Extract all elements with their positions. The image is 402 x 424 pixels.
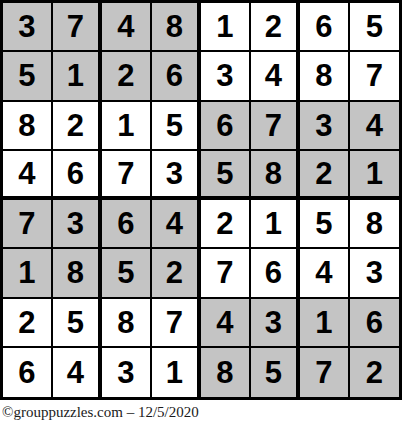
cell-r4c7: 2 <box>300 151 350 200</box>
cell-r1c4: 8 <box>152 3 202 52</box>
cell-r8c1: 6 <box>3 348 53 397</box>
cell-r1c5: 1 <box>201 3 251 52</box>
cell-r8c8: 2 <box>350 348 400 397</box>
cell-r2c7: 8 <box>300 52 350 101</box>
puzzle-page: 3748126551263487821567344673582173642158… <box>0 0 402 424</box>
cell-r7c6: 3 <box>251 299 301 348</box>
cell-r6c5: 7 <box>201 249 251 298</box>
cell-r1c7: 6 <box>300 3 350 52</box>
cell-r1c6: 2 <box>251 3 301 52</box>
cell-r3c5: 6 <box>201 102 251 151</box>
cell-r2c2: 1 <box>53 52 103 101</box>
copyright-text: ©grouppuzzles.com – 12/5/2020 <box>2 404 199 421</box>
cell-r6c2: 8 <box>53 249 103 298</box>
cell-r6c4: 2 <box>152 249 202 298</box>
cell-r5c3: 6 <box>102 200 152 249</box>
cell-r4c3: 7 <box>102 151 152 200</box>
cell-r7c8: 6 <box>350 299 400 348</box>
cell-r6c6: 6 <box>251 249 301 298</box>
cell-r7c5: 4 <box>201 299 251 348</box>
cell-r7c7: 1 <box>300 299 350 348</box>
cell-r3c1: 8 <box>3 102 53 151</box>
cell-r8c4: 1 <box>152 348 202 397</box>
cell-r7c3: 8 <box>102 299 152 348</box>
cell-r8c6: 5 <box>251 348 301 397</box>
cell-r8c7: 7 <box>300 348 350 397</box>
cell-r4c6: 8 <box>251 151 301 200</box>
cell-r4c1: 4 <box>3 151 53 200</box>
cell-r7c2: 5 <box>53 299 103 348</box>
cell-r8c3: 3 <box>102 348 152 397</box>
cell-r6c1: 1 <box>3 249 53 298</box>
cell-r3c6: 7 <box>251 102 301 151</box>
cell-r3c2: 2 <box>53 102 103 151</box>
cell-r2c5: 3 <box>201 52 251 101</box>
cell-r2c8: 7 <box>350 52 400 101</box>
cell-r3c8: 4 <box>350 102 400 151</box>
cell-r5c6: 1 <box>251 200 301 249</box>
sudoku-board: 3748126551263487821567344673582173642158… <box>0 0 402 400</box>
cell-r8c5: 8 <box>201 348 251 397</box>
cell-r3c7: 3 <box>300 102 350 151</box>
cell-r4c5: 5 <box>201 151 251 200</box>
cell-r1c1: 3 <box>3 3 53 52</box>
cell-r7c1: 2 <box>3 299 53 348</box>
copyright-line: ©grouppuzzles.com – 12/5/2020 <box>0 400 402 424</box>
cell-r6c3: 5 <box>102 249 152 298</box>
cell-r3c4: 5 <box>152 102 202 151</box>
cell-r5c7: 5 <box>300 200 350 249</box>
cell-r6c8: 3 <box>350 249 400 298</box>
cell-r5c5: 2 <box>201 200 251 249</box>
cell-r4c2: 6 <box>53 151 103 200</box>
cell-r1c8: 5 <box>350 3 400 52</box>
cell-r2c1: 5 <box>3 52 53 101</box>
cell-r2c3: 2 <box>102 52 152 101</box>
cell-r3c3: 1 <box>102 102 152 151</box>
cell-r7c4: 7 <box>152 299 202 348</box>
cell-r5c8: 8 <box>350 200 400 249</box>
cell-r8c2: 4 <box>53 348 103 397</box>
cell-r2c6: 4 <box>251 52 301 101</box>
cell-r5c4: 4 <box>152 200 202 249</box>
cell-r1c2: 7 <box>53 3 103 52</box>
cell-r4c8: 1 <box>350 151 400 200</box>
cell-r5c2: 3 <box>53 200 103 249</box>
cell-r1c3: 4 <box>102 3 152 52</box>
cell-r5c1: 7 <box>3 200 53 249</box>
cell-r2c4: 6 <box>152 52 202 101</box>
cell-r4c4: 3 <box>152 151 202 200</box>
cell-r6c7: 4 <box>300 249 350 298</box>
